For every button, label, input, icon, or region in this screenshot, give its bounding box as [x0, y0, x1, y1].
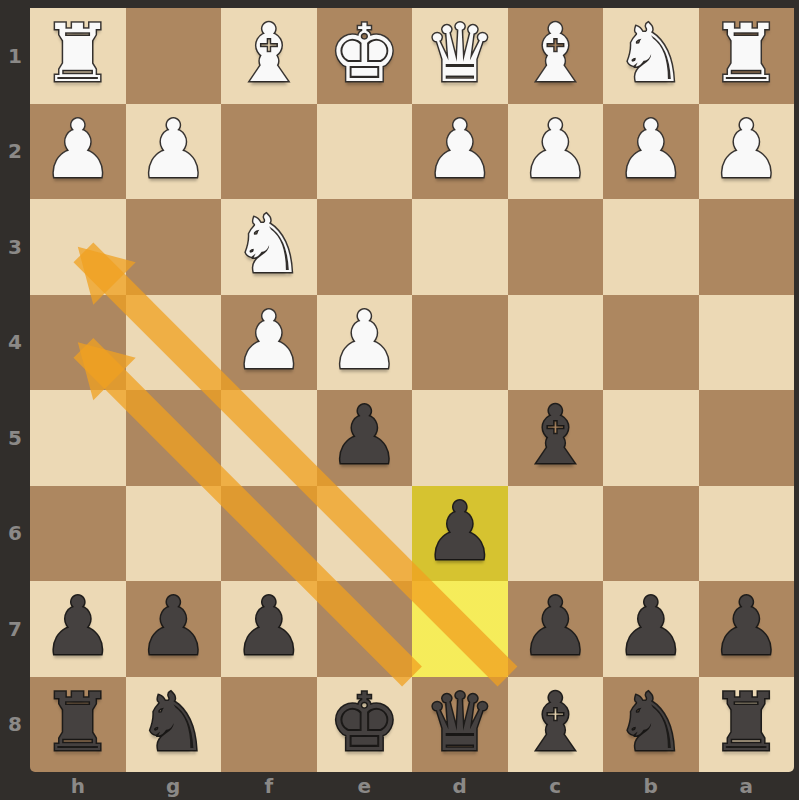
rank-label-2: 2	[0, 104, 30, 200]
square-a1[interactable]: ♜	[699, 8, 795, 104]
file-label-f: f	[221, 772, 317, 800]
square-b1[interactable]: ♞	[603, 8, 699, 104]
square-b5[interactable]	[603, 390, 699, 486]
square-f1[interactable]: ♝	[221, 8, 317, 104]
square-d2[interactable]: ♟	[412, 104, 508, 200]
black-pawn-b7[interactable]: ♟	[615, 579, 687, 675]
black-queen-d8[interactable]: ♛	[424, 675, 496, 771]
black-king-e8[interactable]: ♚	[328, 675, 400, 771]
square-e3[interactable]	[317, 199, 413, 295]
file-label-d: d	[412, 772, 508, 800]
rank-label-1: 1	[0, 8, 30, 104]
square-d1[interactable]: ♛	[412, 8, 508, 104]
white-pawn-a2[interactable]: ♟	[710, 102, 782, 198]
square-f8[interactable]	[221, 677, 317, 773]
black-bishop-c8[interactable]: ♝	[519, 675, 591, 771]
file-label-b: b	[603, 772, 699, 800]
square-f6[interactable]	[221, 486, 317, 582]
square-c6[interactable]	[508, 486, 604, 582]
rank-label-7: 7	[0, 581, 30, 677]
square-f7[interactable]: ♟	[221, 581, 317, 677]
white-pawn-g2[interactable]: ♟	[137, 102, 209, 198]
black-pawn-g7[interactable]: ♟	[137, 579, 209, 675]
square-b6[interactable]	[603, 486, 699, 582]
square-f3[interactable]: ♞	[221, 199, 317, 295]
square-d3[interactable]	[412, 199, 508, 295]
square-a2[interactable]: ♟	[699, 104, 795, 200]
square-c3[interactable]	[508, 199, 604, 295]
square-a4[interactable]	[699, 295, 795, 391]
square-e1[interactable]: ♚	[317, 8, 413, 104]
black-knight-g8[interactable]: ♞	[137, 675, 209, 771]
rank-label-5: 5	[0, 390, 30, 486]
rank-label-8: 8	[0, 677, 30, 773]
square-d7-highlighted[interactable]	[412, 581, 508, 677]
square-d6-highlighted[interactable]: ♟	[412, 486, 508, 582]
white-rook-a1[interactable]: ♜	[710, 8, 782, 102]
white-pawn-h2[interactable]: ♟	[42, 102, 114, 198]
white-pawn-c2[interactable]: ♟	[519, 102, 591, 198]
file-label-g: g	[126, 772, 222, 800]
square-b4[interactable]	[603, 295, 699, 391]
black-rook-h8[interactable]: ♜	[42, 675, 114, 771]
rank-label-3: 3	[0, 199, 30, 295]
square-f2[interactable]	[221, 104, 317, 200]
white-king-e1[interactable]: ♚	[328, 8, 400, 102]
square-a8[interactable]: ♜	[699, 677, 795, 773]
square-g8[interactable]: ♞	[126, 677, 222, 773]
square-g4[interactable]	[126, 295, 222, 391]
rank-label-6: 6	[0, 486, 30, 582]
square-g3[interactable]	[126, 199, 222, 295]
square-b3[interactable]	[603, 199, 699, 295]
chess-board: ♜♝♚♛♝♞♜♟♟♟♟♟♟♞♟♟♟♝♟♟♟♟♟♟♟♜♞♚♛♝♞♜	[30, 8, 794, 772]
file-label-e: e	[317, 772, 413, 800]
file-label-a: a	[699, 772, 795, 800]
square-d8[interactable]: ♛	[412, 677, 508, 773]
square-a3[interactable]	[699, 199, 795, 295]
square-a5[interactable]	[699, 390, 795, 486]
square-c7[interactable]: ♟	[508, 581, 604, 677]
square-h2[interactable]: ♟	[30, 104, 126, 200]
square-c8[interactable]: ♝	[508, 677, 604, 773]
square-g6[interactable]	[126, 486, 222, 582]
square-d5[interactable]	[412, 390, 508, 486]
black-knight-b8[interactable]: ♞	[615, 675, 687, 771]
square-h1[interactable]: ♜	[30, 8, 126, 104]
black-pawn-a7[interactable]: ♟	[710, 579, 782, 675]
black-rook-a8[interactable]: ♜	[710, 675, 782, 771]
file-label-h: h	[30, 772, 126, 800]
square-f5[interactable]	[221, 390, 317, 486]
square-g7[interactable]: ♟	[126, 581, 222, 677]
black-pawn-e5[interactable]: ♟	[328, 388, 400, 484]
white-queen-d1[interactable]: ♛	[424, 8, 496, 102]
square-d4[interactable]	[412, 295, 508, 391]
square-g2[interactable]: ♟	[126, 104, 222, 200]
black-pawn-c7[interactable]: ♟	[519, 579, 591, 675]
file-label-c: c	[508, 772, 604, 800]
black-pawn-d6[interactable]: ♟	[424, 484, 496, 580]
square-c5[interactable]: ♝	[508, 390, 604, 486]
square-e5[interactable]: ♟	[317, 390, 413, 486]
square-b2[interactable]: ♟	[603, 104, 699, 200]
square-f4[interactable]: ♟	[221, 295, 317, 391]
square-e8[interactable]: ♚	[317, 677, 413, 773]
square-h6[interactable]	[30, 486, 126, 582]
square-g1[interactable]	[126, 8, 222, 104]
square-a7[interactable]: ♟	[699, 581, 795, 677]
square-c1[interactable]: ♝	[508, 8, 604, 104]
square-c4[interactable]	[508, 295, 604, 391]
white-pawn-f4[interactable]: ♟	[233, 293, 305, 389]
square-e2[interactable]	[317, 104, 413, 200]
square-e7[interactable]	[317, 581, 413, 677]
square-h4[interactable]	[30, 295, 126, 391]
black-bishop-c5[interactable]: ♝	[519, 388, 591, 484]
square-e4[interactable]: ♟	[317, 295, 413, 391]
white-knight-b1[interactable]: ♞	[615, 8, 687, 102]
white-pawn-e4[interactable]: ♟	[328, 293, 400, 389]
square-h7[interactable]: ♟	[30, 581, 126, 677]
white-rook-h1[interactable]: ♜	[42, 8, 114, 102]
rank-label-4: 4	[0, 295, 30, 391]
square-h3[interactable]	[30, 199, 126, 295]
white-pawn-b2[interactable]: ♟	[615, 102, 687, 198]
white-knight-f3[interactable]: ♞	[233, 197, 305, 293]
white-pawn-d2[interactable]: ♟	[424, 102, 496, 198]
square-a6[interactable]	[699, 486, 795, 582]
square-g5[interactable]	[126, 390, 222, 486]
black-pawn-h7[interactable]: ♟	[42, 579, 114, 675]
square-h8[interactable]: ♜	[30, 677, 126, 773]
white-bishop-c1[interactable]: ♝	[519, 8, 591, 102]
black-pawn-f7[interactable]: ♟	[233, 579, 305, 675]
square-b7[interactable]: ♟	[603, 581, 699, 677]
square-e6[interactable]	[317, 486, 413, 582]
square-h5[interactable]	[30, 390, 126, 486]
square-c2[interactable]: ♟	[508, 104, 604, 200]
white-bishop-f1[interactable]: ♝	[233, 8, 305, 102]
square-b8[interactable]: ♞	[603, 677, 699, 773]
